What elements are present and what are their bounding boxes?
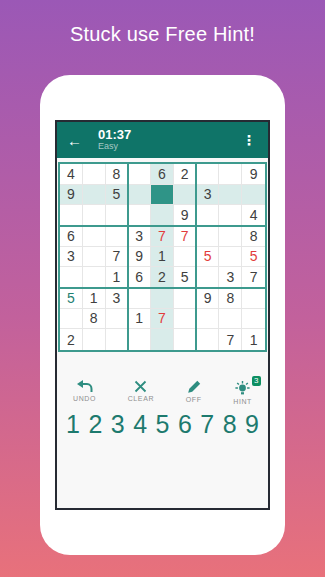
app-screen: ← 01:37 Easy ⋮ 4862995394637783791551625…	[55, 120, 270, 510]
cell-r4c3[interactable]	[106, 226, 129, 247]
clear-label: CLEAR	[128, 395, 154, 402]
hint-badge: 3	[252, 376, 261, 386]
undo-icon	[76, 380, 93, 393]
pencil-state-label: OFF	[186, 396, 202, 403]
sudoku-board: 48629953946377837915516253751398817271	[58, 162, 267, 352]
cell-r4c4[interactable]: 3	[128, 226, 151, 247]
num-button-3[interactable]: 3	[111, 412, 125, 437]
cell-r3c4[interactable]	[128, 205, 151, 226]
cell-r9c2[interactable]	[83, 329, 106, 350]
cell-r6c6[interactable]: 5	[174, 267, 197, 288]
cell-r8c9[interactable]	[242, 309, 265, 330]
cell-r9c4[interactable]	[128, 329, 151, 350]
background: Stuck use Free Hint! ← 01:37 Easy ⋮ 4862…	[0, 0, 325, 577]
cell-r2c9[interactable]	[242, 185, 265, 206]
timer: 01:37	[98, 128, 131, 142]
cell-r1c9[interactable]: 9	[242, 164, 265, 185]
cell-r9c6[interactable]	[174, 329, 197, 350]
cell-r2c3[interactable]: 5	[106, 185, 129, 206]
cell-r8c8[interactable]	[219, 309, 242, 330]
cell-r4c9[interactable]: 8	[242, 226, 265, 247]
toolbar: UNDO CLEAR OFF	[57, 380, 268, 405]
cell-r1c4[interactable]	[128, 164, 151, 185]
cell-r5c2[interactable]	[83, 247, 106, 268]
hint-button[interactable]: 3 HINT	[233, 380, 252, 405]
banner-title: Stuck use Free Hint!	[0, 23, 325, 46]
cell-r5c9[interactable]: 5	[242, 247, 265, 268]
num-button-7[interactable]: 7	[200, 412, 214, 437]
lightbulb-icon	[234, 380, 251, 396]
num-button-1[interactable]: 1	[66, 412, 80, 437]
cell-r9c8[interactable]: 7	[219, 329, 242, 350]
cell-r2c5[interactable]	[151, 185, 174, 206]
cell-r8c1[interactable]	[60, 309, 83, 330]
cell-r3c5[interactable]	[151, 205, 174, 226]
cell-r7c1[interactable]: 5	[60, 288, 83, 309]
cell-r8c3[interactable]	[106, 309, 129, 330]
cell-r7c5[interactable]	[151, 288, 174, 309]
numpad: 123456789	[57, 412, 268, 437]
cell-r9c1[interactable]: 2	[60, 329, 83, 350]
cell-r4c1[interactable]: 6	[60, 226, 83, 247]
cell-r2c7[interactable]: 3	[197, 185, 220, 206]
cell-r9c5[interactable]	[151, 329, 174, 350]
cell-r1c3[interactable]: 8	[106, 164, 129, 185]
cell-r2c2[interactable]	[83, 185, 106, 206]
cell-r5c4[interactable]: 9	[128, 247, 151, 268]
cell-r3c3[interactable]	[106, 205, 129, 226]
num-button-9[interactable]: 9	[245, 412, 259, 437]
cell-r6c4[interactable]: 6	[128, 267, 151, 288]
cell-r4c2[interactable]	[83, 226, 106, 247]
cell-r3c6[interactable]: 9	[174, 205, 197, 226]
cell-r6c9[interactable]: 7	[242, 267, 265, 288]
cell-r1c8[interactable]	[219, 164, 242, 185]
cell-r1c2[interactable]	[83, 164, 106, 185]
cell-r7c9[interactable]	[242, 288, 265, 309]
cell-r5c7[interactable]: 5	[197, 247, 220, 268]
cell-r3c2[interactable]	[83, 205, 106, 226]
timer-block: 01:37 Easy	[98, 128, 131, 151]
cell-r7c6[interactable]	[174, 288, 197, 309]
cell-r9c3[interactable]	[106, 329, 129, 350]
cell-r6c7[interactable]	[197, 267, 220, 288]
cell-r1c6[interactable]: 2	[174, 164, 197, 185]
sudoku-grid: 48629953946377837915516253751398817271	[60, 164, 265, 350]
cell-r9c9[interactable]: 1	[242, 329, 265, 350]
cell-r8c6[interactable]	[174, 309, 197, 330]
cell-r3c1[interactable]	[60, 205, 83, 226]
cell-r7c8[interactable]: 8	[219, 288, 242, 309]
cell-r7c3[interactable]: 3	[106, 288, 129, 309]
kebab-menu-icon[interactable]: ⋮	[240, 132, 258, 148]
cell-r2c1[interactable]: 9	[60, 185, 83, 206]
num-button-4[interactable]: 4	[133, 412, 147, 437]
cell-r3c7[interactable]	[197, 205, 220, 226]
cell-r8c4[interactable]: 1	[128, 309, 151, 330]
difficulty-label: Easy	[98, 142, 131, 151]
cell-r8c2[interactable]: 8	[83, 309, 106, 330]
cell-r2c6[interactable]	[174, 185, 197, 206]
cell-r7c7[interactable]: 9	[197, 288, 220, 309]
num-button-6[interactable]: 6	[178, 412, 192, 437]
cell-r5c6[interactable]	[174, 247, 197, 268]
cell-r8c7[interactable]	[197, 309, 220, 330]
pencil-toggle-button[interactable]: OFF	[186, 380, 202, 405]
cell-r6c3[interactable]: 1	[106, 267, 129, 288]
num-button-5[interactable]: 5	[156, 412, 170, 437]
cell-r5c8[interactable]	[219, 247, 242, 268]
cell-r7c2[interactable]: 1	[83, 288, 106, 309]
hint-label: HINT	[233, 398, 252, 405]
cell-r6c2[interactable]	[83, 267, 106, 288]
cell-r5c1[interactable]: 3	[60, 247, 83, 268]
cell-r1c1[interactable]: 4	[60, 164, 83, 185]
cell-r1c7[interactable]	[197, 164, 220, 185]
cell-r9c7[interactable]	[197, 329, 220, 350]
cell-r6c1[interactable]	[60, 267, 83, 288]
cell-r6c8[interactable]: 3	[219, 267, 242, 288]
cell-r7c4[interactable]	[128, 288, 151, 309]
undo-label: UNDO	[73, 395, 96, 402]
pencil-icon	[187, 380, 201, 394]
back-arrow-icon[interactable]: ←	[67, 132, 82, 149]
clear-button[interactable]: CLEAR	[128, 380, 154, 405]
clear-icon	[134, 380, 147, 393]
num-button-2[interactable]: 2	[88, 412, 102, 437]
cell-r2c4[interactable]	[128, 185, 151, 206]
cell-r5c5[interactable]: 1	[151, 247, 174, 268]
cell-r4c7[interactable]	[197, 226, 220, 247]
cell-r3c9[interactable]: 4	[242, 205, 265, 226]
cell-r5c3[interactable]: 7	[106, 247, 129, 268]
cell-r6c5[interactable]: 2	[151, 267, 174, 288]
undo-button[interactable]: UNDO	[73, 380, 96, 405]
phone-frame: ← 01:37 Easy ⋮ 4862995394637783791551625…	[40, 75, 285, 555]
cell-r8c5[interactable]: 7	[151, 309, 174, 330]
cell-r1c5[interactable]: 6	[151, 164, 174, 185]
cell-r2c8[interactable]	[219, 185, 242, 206]
cell-r4c5[interactable]: 7	[151, 226, 174, 247]
cell-r4c6[interactable]: 7	[174, 226, 197, 247]
cell-r4c8[interactable]	[219, 226, 242, 247]
app-header: ← 01:37 Easy ⋮	[57, 122, 268, 158]
cell-r3c8[interactable]	[219, 205, 242, 226]
num-button-8[interactable]: 8	[223, 412, 237, 437]
